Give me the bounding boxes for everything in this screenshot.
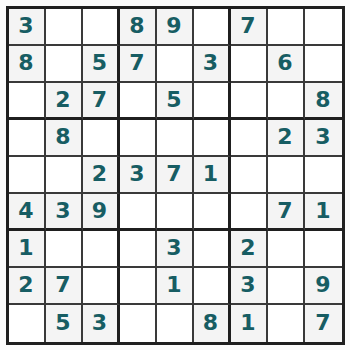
sudoku-cell-r2c5[interactable] [157, 46, 194, 83]
sudoku-cell-r3c3: 7 [83, 83, 120, 120]
sudoku-cell-r1c3[interactable] [83, 9, 120, 46]
sudoku-cell-r6c1: 4 [9, 194, 46, 231]
sudoku-cell-r6c8: 7 [268, 194, 305, 231]
sudoku-cell-r7c1: 1 [9, 231, 46, 268]
sudoku-cell-r5c1[interactable] [9, 157, 46, 194]
sudoku-cell-r7c8[interactable] [268, 231, 305, 268]
sudoku-cell-r5c8[interactable] [268, 157, 305, 194]
sudoku-cell-r4c5[interactable] [157, 120, 194, 157]
sudoku-cell-r1c5: 9 [157, 9, 194, 46]
sudoku-cell-r4c6[interactable] [194, 120, 231, 157]
sudoku-cell-r6c3: 9 [83, 194, 120, 231]
sudoku-cell-r7c6[interactable] [194, 231, 231, 268]
sudoku-cell-r3c8[interactable] [268, 83, 305, 120]
sudoku-cell-r6c4[interactable] [120, 194, 157, 231]
sudoku-cell-r1c6[interactable] [194, 9, 231, 46]
sudoku-cell-r4c9: 3 [305, 120, 342, 157]
sudoku-cell-r1c1: 3 [9, 9, 46, 46]
sudoku-cell-r9c9: 7 [305, 305, 342, 342]
sudoku-cell-r7c5: 3 [157, 231, 194, 268]
sudoku-cell-r7c3[interactable] [83, 231, 120, 268]
sudoku-cell-r2c3: 5 [83, 46, 120, 83]
sudoku-cell-r9c5[interactable] [157, 305, 194, 342]
sudoku-cell-r5c4: 3 [120, 157, 157, 194]
sudoku-cell-r5c3: 2 [83, 157, 120, 194]
sudoku-cell-r9c3: 3 [83, 305, 120, 342]
sudoku-cell-r6c7[interactable] [231, 194, 268, 231]
sudoku-cell-r4c1[interactable] [9, 120, 46, 157]
sudoku-cell-r4c8: 2 [268, 120, 305, 157]
sudoku-cell-r3c6[interactable] [194, 83, 231, 120]
sudoku-cell-r3c7[interactable] [231, 83, 268, 120]
sudoku-cell-r2c2[interactable] [46, 46, 83, 83]
sudoku-cell-r4c2: 8 [46, 120, 83, 157]
sudoku-cell-r2c1: 8 [9, 46, 46, 83]
sudoku-cell-r1c4: 8 [120, 9, 157, 46]
sudoku-cell-r8c5: 1 [157, 268, 194, 305]
sudoku-cell-r6c5[interactable] [157, 194, 194, 231]
sudoku-cell-r6c9: 1 [305, 194, 342, 231]
sudoku-cell-r8c1: 2 [9, 268, 46, 305]
sudoku-cell-r1c8[interactable] [268, 9, 305, 46]
sudoku-cell-r3c4[interactable] [120, 83, 157, 120]
sudoku-cell-r4c4[interactable] [120, 120, 157, 157]
sudoku-page: 38978573627588232371439711322713953817 [0, 0, 350, 350]
sudoku-cell-r4c7[interactable] [231, 120, 268, 157]
sudoku-cell-r8c3[interactable] [83, 268, 120, 305]
sudoku-cell-r5c6: 1 [194, 157, 231, 194]
sudoku-cell-r9c1[interactable] [9, 305, 46, 342]
sudoku-cell-r5c2[interactable] [46, 157, 83, 194]
sudoku-cell-r9c8[interactable] [268, 305, 305, 342]
sudoku-cell-r1c2[interactable] [46, 9, 83, 46]
sudoku-cell-r2c4: 7 [120, 46, 157, 83]
sudoku-cell-r8c4[interactable] [120, 268, 157, 305]
sudoku-cell-r5c7[interactable] [231, 157, 268, 194]
sudoku-cell-r3c1[interactable] [9, 83, 46, 120]
sudoku-board: 38978573627588232371439711322713953817 [6, 6, 345, 345]
sudoku-cell-r7c4[interactable] [120, 231, 157, 268]
sudoku-cell-r8c8[interactable] [268, 268, 305, 305]
sudoku-cell-r9c2: 5 [46, 305, 83, 342]
sudoku-cell-r5c9[interactable] [305, 157, 342, 194]
sudoku-cell-r2c8: 6 [268, 46, 305, 83]
sudoku-cell-r6c2: 3 [46, 194, 83, 231]
sudoku-cell-r4c3[interactable] [83, 120, 120, 157]
sudoku-cell-r5c5: 7 [157, 157, 194, 194]
sudoku-cell-r6c6[interactable] [194, 194, 231, 231]
sudoku-cell-r2c6: 3 [194, 46, 231, 83]
sudoku-cell-r8c9: 9 [305, 268, 342, 305]
sudoku-cell-r1c9[interactable] [305, 9, 342, 46]
sudoku-cell-r7c7: 2 [231, 231, 268, 268]
sudoku-cell-r9c4[interactable] [120, 305, 157, 342]
sudoku-cell-r7c2[interactable] [46, 231, 83, 268]
sudoku-cell-r8c2: 7 [46, 268, 83, 305]
sudoku-cell-r9c7: 1 [231, 305, 268, 342]
sudoku-cell-r3c2: 2 [46, 83, 83, 120]
sudoku-cell-r1c7: 7 [231, 9, 268, 46]
sudoku-cell-r3c5: 5 [157, 83, 194, 120]
sudoku-cell-r7c9[interactable] [305, 231, 342, 268]
sudoku-cell-r8c6[interactable] [194, 268, 231, 305]
sudoku-cell-r2c9[interactable] [305, 46, 342, 83]
sudoku-cell-r9c6: 8 [194, 305, 231, 342]
sudoku-cell-r8c7: 3 [231, 268, 268, 305]
sudoku-cell-r3c9: 8 [305, 83, 342, 120]
sudoku-cell-r2c7[interactable] [231, 46, 268, 83]
